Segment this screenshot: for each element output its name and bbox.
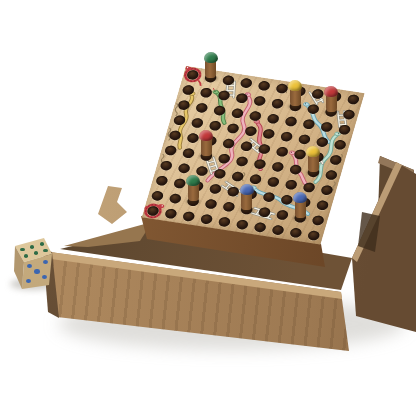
scene-snakes-and-ladders xyxy=(0,0,416,416)
die-pip-front xyxy=(34,269,39,273)
die-pip-top xyxy=(30,245,34,249)
die-pip-front xyxy=(43,260,48,264)
die-pip-top xyxy=(40,242,44,246)
die-pip-top xyxy=(34,251,38,255)
die-front-face xyxy=(0,0,416,416)
wooden-die[interactable] xyxy=(0,0,416,416)
die-pip-top xyxy=(20,248,24,252)
die-left-face xyxy=(0,0,416,416)
die-top-face xyxy=(0,0,416,416)
die-pip-top xyxy=(43,249,47,253)
die-pip-top xyxy=(24,254,28,258)
die-pip-front xyxy=(42,275,47,279)
